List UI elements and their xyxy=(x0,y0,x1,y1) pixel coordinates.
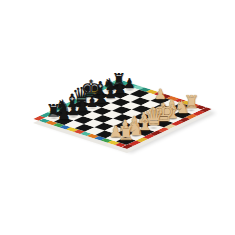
pieces-layer: ♜♞♝♛♚♝♞♜♟♟♟♟♟♟♟♟♟♟♟♟♟♟♟♟♜♞♝♛♚♝♞♜ xyxy=(0,0,235,235)
chess-piece-black-pawn[interactable]: ♟ xyxy=(57,107,70,122)
product-photo-canvas: ♜♞♝♛♚♝♞♜♟♟♟♟♟♟♟♟♟♟♟♟♟♟♟♟♜♞♝♛♚♝♞♜ xyxy=(0,0,235,235)
chess-piece-white-rook[interactable]: ♜ xyxy=(117,123,134,142)
